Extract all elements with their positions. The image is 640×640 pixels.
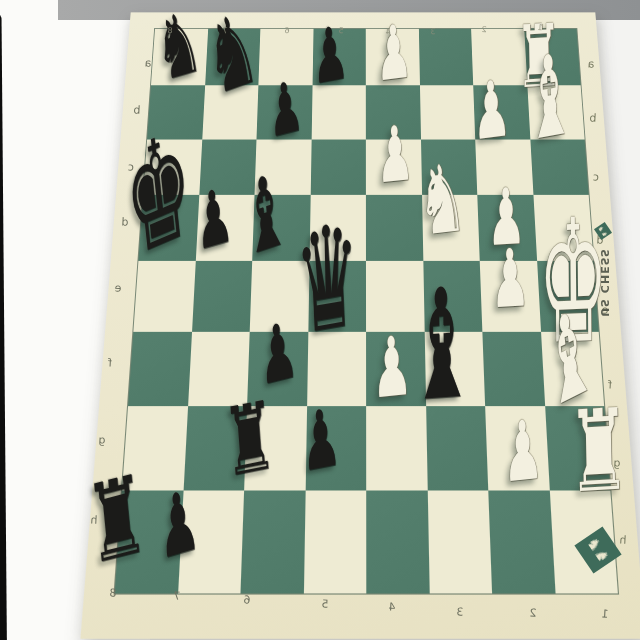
square-d7[interactable] <box>195 195 254 261</box>
square-b4[interactable] <box>366 85 421 139</box>
square-c3[interactable] <box>421 140 478 195</box>
square-b7[interactable] <box>202 85 259 139</box>
square-d6[interactable] <box>252 195 310 261</box>
square-g5[interactable] <box>305 406 366 490</box>
square-a6[interactable] <box>258 29 313 85</box>
square-c5[interactable] <box>310 140 366 195</box>
square-b1[interactable] <box>527 85 585 139</box>
square-b6[interactable] <box>256 85 312 139</box>
square-e5[interactable] <box>308 261 366 332</box>
square-h3[interactable] <box>427 490 492 593</box>
square-e4[interactable] <box>366 261 424 332</box>
square-c6[interactable] <box>255 140 312 195</box>
square-f4[interactable] <box>366 332 426 406</box>
square-c4[interactable] <box>366 140 422 195</box>
square-g2[interactable] <box>485 406 549 490</box>
square-c7[interactable] <box>199 140 257 195</box>
square-b5[interactable] <box>311 85 366 139</box>
square-a2[interactable] <box>471 29 527 85</box>
chess-board <box>115 29 618 594</box>
square-b8[interactable] <box>147 85 205 139</box>
square-d3[interactable] <box>422 195 480 261</box>
square-g8[interactable] <box>122 406 188 490</box>
square-a3[interactable] <box>418 29 473 85</box>
square-a4[interactable] <box>366 29 420 85</box>
square-h2[interactable] <box>488 490 555 593</box>
square-f2[interactable] <box>482 332 544 406</box>
square-c8[interactable] <box>143 140 202 195</box>
square-f7[interactable] <box>188 332 250 406</box>
square-f1[interactable] <box>541 332 605 406</box>
square-b2[interactable] <box>473 85 530 139</box>
square-f8[interactable] <box>128 332 191 406</box>
square-e8[interactable] <box>133 261 195 332</box>
square-d5[interactable] <box>309 195 366 261</box>
square-a5[interactable] <box>312 29 366 85</box>
square-a1[interactable] <box>524 29 581 85</box>
square-h1[interactable] <box>549 490 618 593</box>
square-h6[interactable] <box>240 490 305 593</box>
square-f3[interactable] <box>424 332 485 406</box>
square-g4[interactable] <box>366 406 427 490</box>
vinyl-chess-mat <box>80 12 640 638</box>
square-e7[interactable] <box>192 261 253 332</box>
square-a8[interactable] <box>151 29 208 85</box>
square-e6[interactable] <box>250 261 309 332</box>
square-d8[interactable] <box>138 195 198 261</box>
square-e1[interactable] <box>537 261 599 332</box>
square-g7[interactable] <box>183 406 247 490</box>
square-h4[interactable] <box>366 490 429 593</box>
square-g1[interactable] <box>545 406 611 490</box>
square-a7[interactable] <box>205 29 261 85</box>
square-d2[interactable] <box>477 195 536 261</box>
square-h5[interactable] <box>303 490 366 593</box>
square-d4[interactable] <box>366 195 423 261</box>
square-e2[interactable] <box>480 261 541 332</box>
square-c2[interactable] <box>475 140 533 195</box>
square-b3[interactable] <box>420 85 476 139</box>
square-g6[interactable] <box>244 406 306 490</box>
square-h8[interactable] <box>115 490 183 593</box>
square-f5[interactable] <box>307 332 367 406</box>
square-h7[interactable] <box>178 490 245 593</box>
square-d1[interactable] <box>533 195 594 261</box>
square-c1[interactable] <box>530 140 589 195</box>
square-e3[interactable] <box>423 261 483 332</box>
square-g3[interactable] <box>426 406 489 490</box>
square-f6[interactable] <box>247 332 308 406</box>
